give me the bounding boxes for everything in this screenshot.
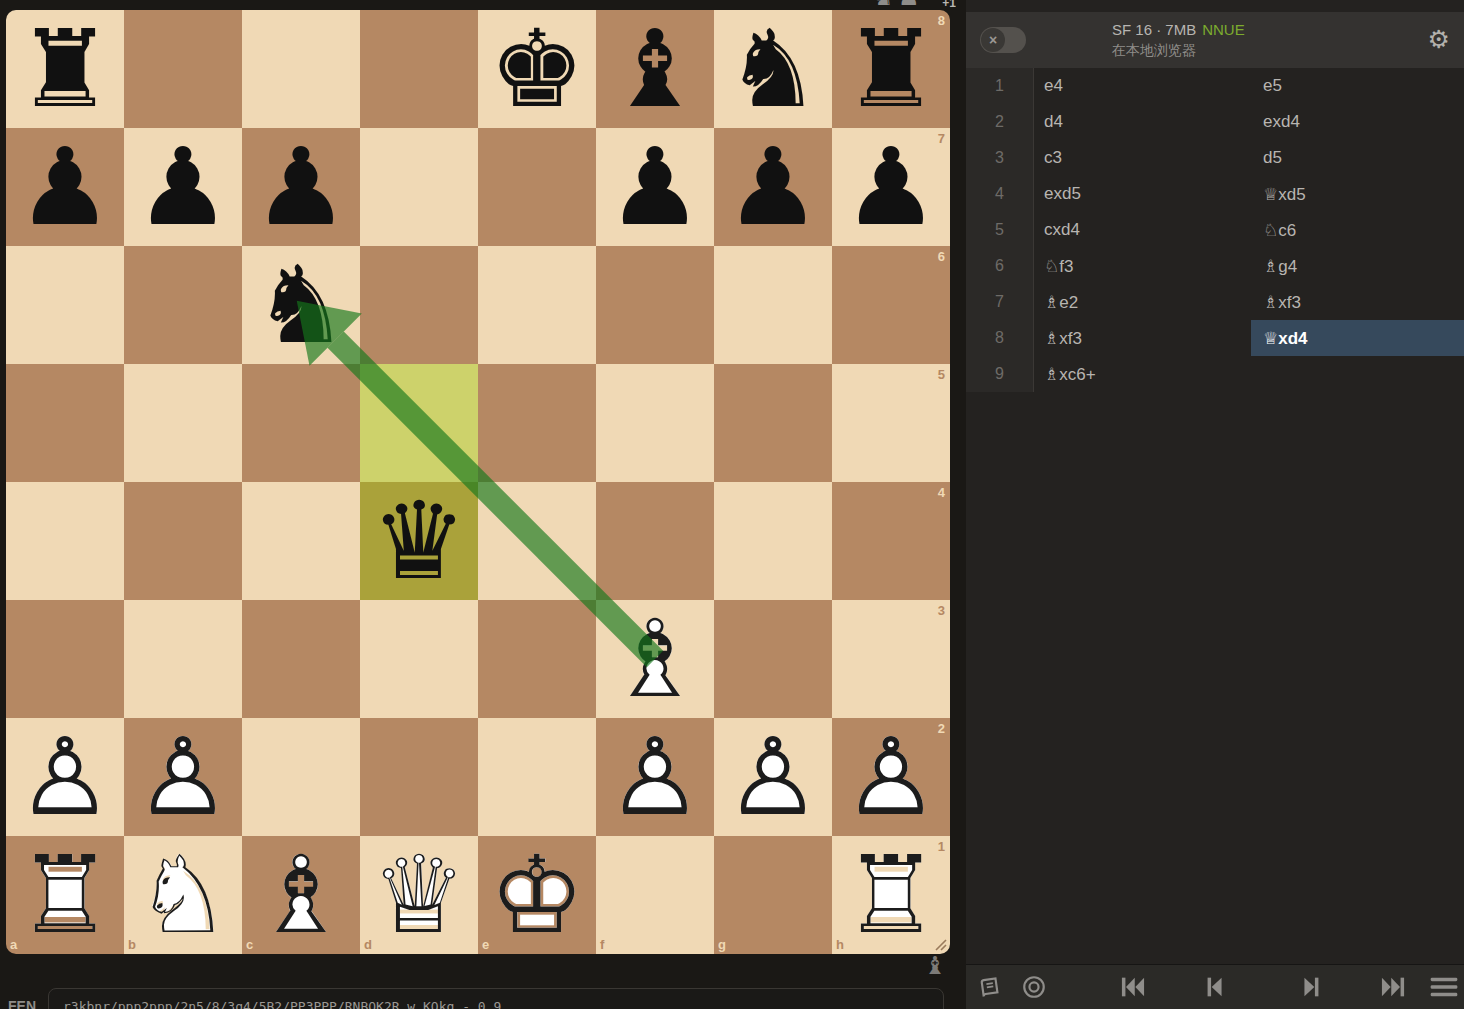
file-label-g: g (718, 938, 726, 951)
square-e4[interactable] (478, 482, 596, 600)
material-tray-white: ♝ (924, 953, 946, 979)
material-advantage: +1 (942, 0, 956, 10)
square-c4[interactable] (242, 482, 360, 600)
square-c2[interactable] (242, 718, 360, 836)
move-white-8[interactable]: ♗xf3 (1034, 320, 1251, 356)
white-rook-a1[interactable]: ♜♖ (6, 836, 124, 954)
move-row-4: 4exd5♕xd5 (966, 176, 1464, 212)
square-f6[interactable] (596, 246, 714, 364)
move-number: 1 (966, 68, 1034, 104)
move-row-2: 2d4exd4 (966, 104, 1464, 140)
engine-toggle[interactable]: × (980, 27, 1026, 53)
move-black-8[interactable]: ♕xd4 (1251, 320, 1464, 356)
square-e3[interactable] (478, 600, 596, 718)
move-black-9 (1251, 356, 1464, 392)
move-black-1[interactable]: e5 (1251, 68, 1464, 104)
move-row-1: 1e4e5 (966, 68, 1464, 104)
engine-title-block: SF 16 · 7MBNNUE 在本地浏览器 (1112, 20, 1245, 60)
last-move-icon[interactable] (1379, 973, 1407, 1001)
white-pawn-h2[interactable]: ♟♙ (832, 718, 950, 836)
black-queen-d4[interactable]: ♛ (360, 482, 478, 600)
square-f1[interactable]: f (596, 836, 714, 954)
rank-label-4: 4 (938, 486, 945, 499)
black-knight-c6[interactable]: ♞ (242, 246, 360, 364)
square-a4[interactable] (6, 482, 124, 600)
white-pawn-a2[interactable]: ♟♙ (6, 718, 124, 836)
square-e5[interactable] (478, 364, 596, 482)
square-e6[interactable] (478, 246, 596, 364)
square-b6[interactable] (124, 246, 242, 364)
white-pawn-g2[interactable]: ♟♙ (714, 718, 832, 836)
square-g3[interactable] (714, 600, 832, 718)
move-number: 5 (966, 212, 1034, 248)
first-move-icon[interactable] (1119, 973, 1147, 1001)
fen-input[interactable] (48, 988, 944, 1009)
move-white-1[interactable]: e4 (1034, 68, 1251, 104)
black-rook-a8[interactable]: ♜ (6, 10, 124, 128)
move-number: 4 (966, 176, 1034, 212)
move-white-9[interactable]: ♗xc6+ (1034, 356, 1251, 392)
move-white-3[interactable]: c3 (1034, 140, 1251, 176)
menu-icon[interactable] (1428, 971, 1460, 1003)
engine-nnue-badge: NNUE (1202, 21, 1245, 38)
move-white-5[interactable]: cxd4 (1034, 212, 1251, 248)
move-row-6: 6♘f3♗g4 (966, 248, 1464, 284)
captured-knight-icon: ♞ (872, 0, 894, 9)
white-pawn-f2[interactable]: ♟♙ (596, 718, 714, 836)
engine-header: × SF 16 · 7MBNNUE 在本地浏览器 ⚙ (966, 12, 1464, 68)
square-d7[interactable] (360, 128, 478, 246)
square-h4[interactable]: 4 (832, 482, 950, 600)
next-move-icon[interactable] (1298, 973, 1326, 1001)
opening-book-icon[interactable] (976, 974, 1002, 1000)
engine-subtitle: 在本地浏览器 (1112, 40, 1245, 60)
move-number: 8 (966, 320, 1034, 356)
black-pawn-g7[interactable]: ♟ (714, 128, 832, 246)
white-bishop-f3[interactable]: ♝♗ (596, 600, 714, 718)
bottom-toolbar (966, 964, 1464, 1009)
square-c8[interactable] (242, 10, 360, 128)
square-d2[interactable] (360, 718, 478, 836)
square-g5[interactable] (714, 364, 832, 482)
rank-label-5: 5 (938, 368, 945, 381)
move-number: 3 (966, 140, 1034, 176)
white-bishop-c1[interactable]: ♝♗ (242, 836, 360, 954)
file-label-f: f (600, 938, 604, 951)
black-pawn-h7[interactable]: ♟ (832, 128, 950, 246)
captured-pawn-icon: ♟ (898, 0, 920, 9)
square-f5[interactable] (596, 364, 714, 482)
square-d3[interactable] (360, 600, 478, 718)
square-g6[interactable] (714, 246, 832, 364)
white-knight-b1[interactable]: ♞♘ (124, 836, 242, 954)
move-white-6[interactable]: ♘f3 (1034, 248, 1251, 284)
black-pawn-f7[interactable]: ♟ (596, 128, 714, 246)
engine-name: SF 16 · 7MB (1112, 21, 1196, 38)
white-king-e1[interactable]: ♚♔ (478, 836, 596, 954)
rank-label-3: 3 (938, 604, 945, 617)
square-f4[interactable] (596, 482, 714, 600)
black-pawn-a7[interactable]: ♟ (6, 128, 124, 246)
square-d5[interactable] (360, 364, 478, 482)
move-white-7[interactable]: ♗e2 (1034, 284, 1251, 320)
square-d8[interactable] (360, 10, 478, 128)
square-d6[interactable] (360, 246, 478, 364)
previous-move-icon[interactable] (1200, 973, 1228, 1001)
square-c3[interactable] (242, 600, 360, 718)
square-e2[interactable] (478, 718, 596, 836)
move-row-7: 7♗e2♗xf3 (966, 284, 1464, 320)
move-white-4[interactable]: exd5 (1034, 176, 1251, 212)
move-white-2[interactable]: d4 (1034, 104, 1251, 140)
square-h6[interactable]: 6 (832, 246, 950, 364)
board-resize-handle[interactable] (933, 937, 947, 951)
move-black-5[interactable]: ♘c6 (1251, 212, 1464, 248)
square-g4[interactable] (714, 482, 832, 600)
square-a3[interactable] (6, 600, 124, 718)
square-a5[interactable] (6, 364, 124, 482)
move-black-6[interactable]: ♗g4 (1251, 248, 1464, 284)
square-b3[interactable] (124, 600, 242, 718)
move-black-3[interactable]: d5 (1251, 140, 1464, 176)
square-g1[interactable]: g (714, 836, 832, 954)
black-bishop-f8[interactable]: ♝ (596, 10, 714, 128)
black-knight-g8[interactable]: ♞ (714, 10, 832, 128)
move-number: 6 (966, 248, 1034, 284)
move-black-2[interactable]: exd4 (1251, 104, 1464, 140)
material-tray-black: ♞♟+1 (872, 0, 956, 10)
analysis-panel: × SF 16 · 7MBNNUE 在本地浏览器 ⚙ 1e4e52d4exd43… (966, 0, 1464, 1009)
move-row-5: 5cxd4♘c6 (966, 212, 1464, 248)
move-black-7[interactable]: ♗xf3 (1251, 284, 1464, 320)
square-b5[interactable] (124, 364, 242, 482)
square-b8[interactable] (124, 10, 242, 128)
move-row-9: 9♗xc6+ (966, 356, 1464, 392)
square-h5[interactable]: 5 (832, 364, 950, 482)
black-king-e8[interactable]: ♚ (478, 10, 596, 128)
square-h3[interactable]: 3 (832, 600, 950, 718)
square-c5[interactable] (242, 364, 360, 482)
move-number: 9 (966, 356, 1034, 392)
gear-icon[interactable]: ⚙ (1428, 25, 1450, 54)
move-black-4[interactable]: ♕xd5 (1251, 176, 1464, 212)
black-pawn-b7[interactable]: ♟ (124, 128, 242, 246)
chess-board[interactable]: 8765432abcdefgh1 ♜♚♝♞♜♟♟♟♟♟♟♞♛♝♗♟♙♟♙♟♙♟♙… (6, 10, 950, 954)
move-row-8: 8♗xf3♕xd4 (966, 320, 1464, 356)
move-number: 2 (966, 104, 1034, 140)
close-icon: × (981, 28, 1005, 52)
rank-label-6: 6 (938, 250, 945, 263)
move-row-3: 3c3d5 (966, 140, 1464, 176)
black-pawn-c7[interactable]: ♟ (242, 128, 360, 246)
white-pawn-b2[interactable]: ♟♙ (124, 718, 242, 836)
square-b4[interactable] (124, 482, 242, 600)
square-a6[interactable] (6, 246, 124, 364)
black-rook-h8[interactable]: ♜ (832, 10, 950, 128)
white-queen-d1[interactable]: ♛♕ (360, 836, 478, 954)
practice-target-icon[interactable] (1021, 974, 1047, 1000)
move-list: 1e4e52d4exd43c3d54exd5♕xd55cxd4♘c66♘f3♗g… (966, 68, 1464, 392)
move-number: 7 (966, 284, 1034, 320)
fen-label: FEN (8, 998, 36, 1009)
square-e7[interactable] (478, 128, 596, 246)
